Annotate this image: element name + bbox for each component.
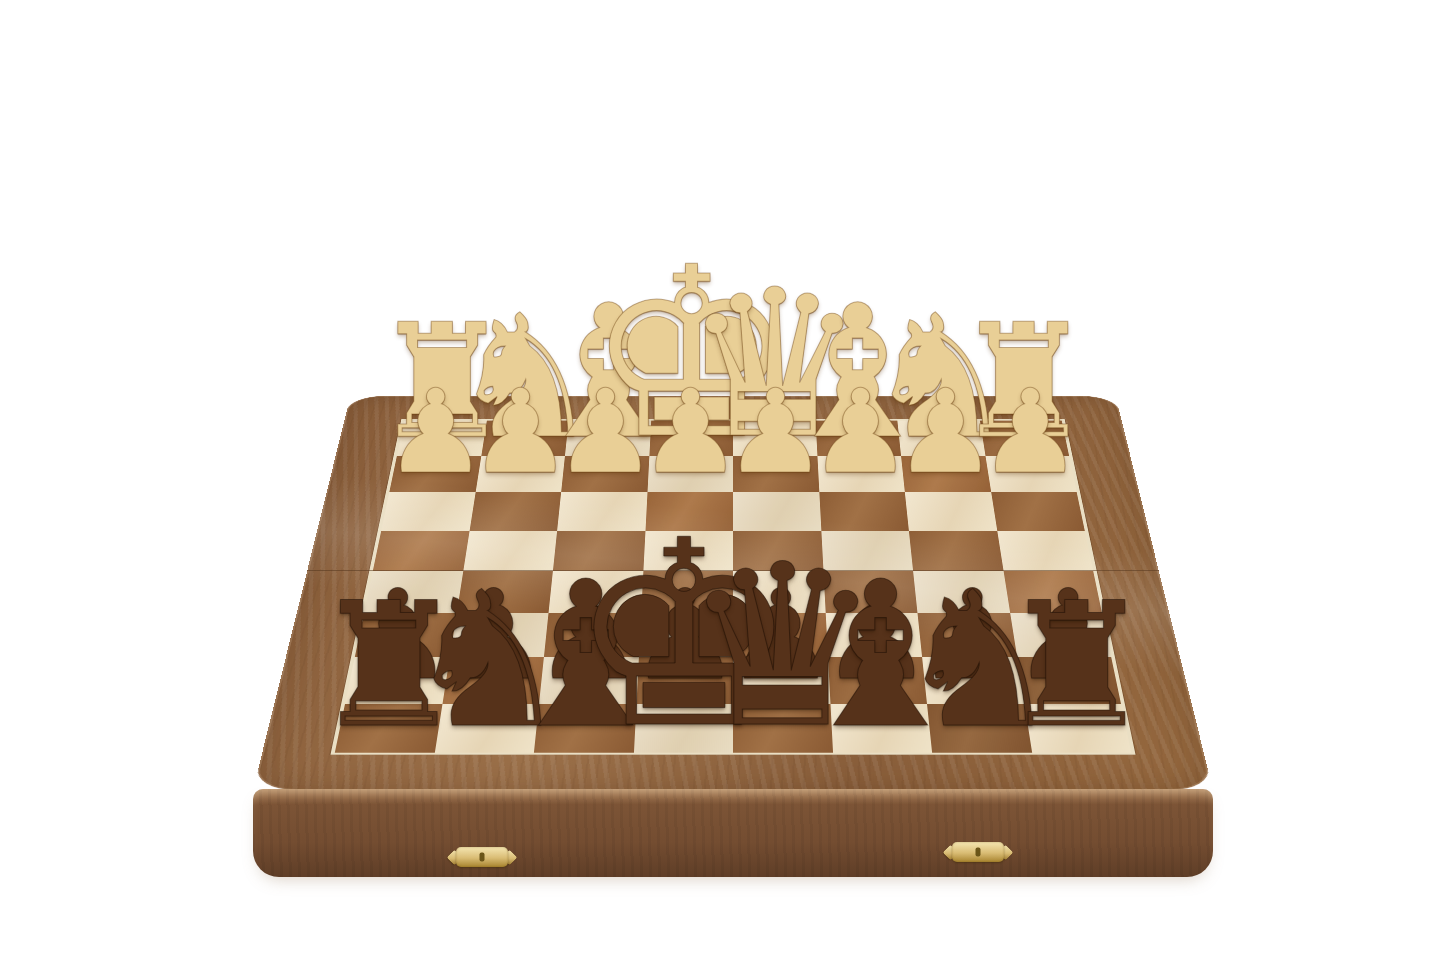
chess-photo-scene: ♜♞♝♚♛♝♞♜♟♟♟♟♟♟♟♟♟♟♟♟♟♟♟♟♜♞♝♚♛♝♞♜	[0, 0, 1445, 963]
brass-latch-left	[453, 846, 511, 868]
latch-plate	[952, 842, 1004, 862]
brass-latch-right	[949, 841, 1007, 863]
latch-plate	[456, 847, 508, 867]
piece-black-rook-a8[interactable]: ♜	[1000, 580, 1154, 752]
board-front-face	[253, 789, 1213, 877]
piece-white-pawn-a2[interactable]: ♟	[978, 374, 1082, 490]
